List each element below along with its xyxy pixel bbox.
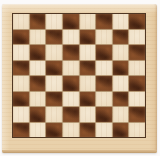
square-g8[interactable] — [113, 14, 129, 29]
square-g2[interactable] — [113, 107, 129, 122]
square-c2[interactable] — [46, 107, 62, 122]
square-h8[interactable] — [129, 14, 145, 29]
square-e1[interactable] — [80, 123, 96, 138]
square-f1[interactable] — [96, 123, 112, 138]
square-e4[interactable] — [80, 76, 96, 91]
square-f8[interactable] — [96, 14, 112, 29]
square-a5[interactable] — [13, 61, 29, 76]
square-f2[interactable] — [96, 107, 112, 122]
square-d7[interactable] — [63, 30, 79, 45]
square-h5[interactable] — [129, 61, 145, 76]
square-b6[interactable] — [30, 45, 46, 60]
square-c7[interactable] — [46, 30, 62, 45]
playing-field — [12, 13, 146, 138]
square-c3[interactable] — [46, 92, 62, 107]
board-grid — [13, 14, 145, 137]
square-a7[interactable] — [13, 30, 29, 45]
square-g4[interactable] — [113, 76, 129, 91]
square-f3[interactable] — [96, 92, 112, 107]
square-h2[interactable] — [129, 107, 145, 122]
square-c6[interactable] — [46, 45, 62, 60]
square-e5[interactable] — [80, 61, 96, 76]
square-f7[interactable] — [96, 30, 112, 45]
square-a8[interactable] — [13, 14, 29, 29]
square-a1[interactable] — [13, 123, 29, 138]
square-f5[interactable] — [96, 61, 112, 76]
square-f6[interactable] — [96, 45, 112, 60]
square-a4[interactable] — [13, 76, 29, 91]
square-e2[interactable] — [80, 107, 96, 122]
square-e6[interactable] — [80, 45, 96, 60]
square-d6[interactable] — [63, 45, 79, 60]
square-e7[interactable] — [80, 30, 96, 45]
square-b2[interactable] — [30, 107, 46, 122]
square-c8[interactable] — [46, 14, 62, 29]
square-h3[interactable] — [129, 92, 145, 107]
square-g6[interactable] — [113, 45, 129, 60]
square-b3[interactable] — [30, 92, 46, 107]
square-f4[interactable] — [96, 76, 112, 91]
square-c5[interactable] — [46, 61, 62, 76]
square-d1[interactable] — [63, 123, 79, 138]
square-h7[interactable] — [129, 30, 145, 45]
square-d2[interactable] — [63, 107, 79, 122]
square-g5[interactable] — [113, 61, 129, 76]
square-e3[interactable] — [80, 92, 96, 107]
square-b5[interactable] — [30, 61, 46, 76]
square-b8[interactable] — [30, 14, 46, 29]
square-h6[interactable] — [129, 45, 145, 60]
square-a3[interactable] — [13, 92, 29, 107]
square-g3[interactable] — [113, 92, 129, 107]
square-b1[interactable] — [30, 123, 46, 138]
square-h1[interactable] — [129, 123, 145, 138]
square-b4[interactable] — [30, 76, 46, 91]
square-g1[interactable] — [113, 123, 129, 138]
square-c1[interactable] — [46, 123, 62, 138]
square-d4[interactable] — [63, 76, 79, 91]
square-c4[interactable] — [46, 76, 62, 91]
square-b7[interactable] — [30, 30, 46, 45]
square-d5[interactable] — [63, 61, 79, 76]
square-a2[interactable] — [13, 107, 29, 122]
square-e8[interactable] — [80, 14, 96, 29]
square-d8[interactable] — [63, 14, 79, 29]
square-d3[interactable] — [63, 92, 79, 107]
chess-board — [2, 4, 157, 153]
square-a6[interactable] — [13, 45, 29, 60]
square-g7[interactable] — [113, 30, 129, 45]
square-h4[interactable] — [129, 76, 145, 91]
